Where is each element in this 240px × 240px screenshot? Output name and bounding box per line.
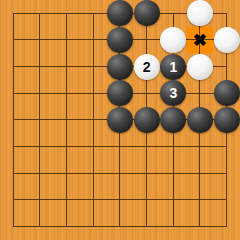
grid-line-vertical: [66, 160, 67, 187]
grid-line-vertical: [119, 213, 120, 226]
board-cell[interactable]: [213, 160, 240, 187]
black-stone: [134, 0, 160, 26]
board-cell[interactable]: [0, 80, 27, 107]
grid-line-vertical: [39, 13, 40, 26]
grid-line-vertical: [39, 80, 40, 107]
board-cell[interactable]: [187, 53, 214, 80]
grid-line-vertical: [93, 53, 94, 80]
grid-line-vertical: [93, 27, 94, 54]
board-cell[interactable]: [187, 80, 214, 107]
grid-line-horizontal: [13, 199, 26, 200]
grid-line-vertical: [173, 213, 174, 226]
board-cell[interactable]: [107, 0, 134, 27]
grid-line-horizontal: [213, 173, 226, 174]
board-cell[interactable]: [160, 27, 187, 54]
grid-line-vertical: [146, 160, 147, 187]
grid-line-vertical: [39, 160, 40, 187]
grid-line-horizontal: [13, 13, 26, 14]
board-cell[interactable]: [27, 160, 54, 187]
board-cell[interactable]: [0, 53, 27, 80]
board-cell[interactable]: [27, 0, 54, 27]
grid-line-vertical: [119, 133, 120, 160]
grid-line-vertical: [119, 160, 120, 187]
board-cell[interactable]: [187, 160, 214, 187]
grid-line-horizontal: [213, 146, 226, 147]
board-cell[interactable]: [0, 27, 27, 54]
grid-line-vertical: [39, 107, 40, 134]
board-cell[interactable]: [27, 27, 54, 54]
marked-point-cell[interactable]: ✖: [187, 27, 214, 54]
grid-line-vertical: [199, 160, 200, 187]
grid-line-vertical: [39, 133, 40, 160]
grid-line-vertical: [93, 13, 94, 26]
board-cell[interactable]: [133, 80, 160, 107]
grid-line-vertical: [173, 133, 174, 160]
board-cell[interactable]: [27, 213, 54, 240]
white-stone: [214, 27, 240, 53]
board-cell[interactable]: [80, 213, 107, 240]
grid-line-vertical: [13, 133, 14, 160]
grid-line-vertical: [226, 187, 227, 214]
board-cell[interactable]: [0, 213, 27, 240]
board-cell[interactable]: [53, 213, 80, 240]
board-cell[interactable]: [133, 27, 160, 54]
black-stone: [107, 0, 133, 26]
black-stone: [107, 54, 133, 80]
board-cell[interactable]: [160, 133, 187, 160]
board-cell[interactable]: [0, 107, 27, 134]
board-cell[interactable]: [213, 0, 240, 27]
board-cell[interactable]: [160, 0, 187, 27]
board-cell[interactable]: [213, 213, 240, 240]
board-cell[interactable]: [27, 133, 54, 160]
go-board: ✖213: [0, 0, 240, 240]
grid-line-vertical: [66, 133, 67, 160]
black-stone: [160, 107, 186, 133]
grid-line-horizontal: [213, 13, 226, 14]
grid-line-horizontal: [13, 66, 26, 67]
board-cell[interactable]: [213, 107, 240, 134]
board-cell[interactable]: 2: [133, 53, 160, 80]
grid-line-vertical: [66, 213, 67, 226]
grid-line-vertical: [13, 213, 14, 226]
board-cell[interactable]: [107, 80, 134, 107]
grid-line-horizontal: [213, 66, 226, 67]
grid-line-vertical: [226, 160, 227, 187]
black-stone: [187, 107, 213, 133]
board-cell[interactable]: [80, 53, 107, 80]
black-stone: [107, 27, 133, 53]
board-cell[interactable]: [187, 187, 214, 214]
board-cell[interactable]: [133, 107, 160, 134]
grid-line-vertical: [146, 80, 147, 107]
black-stone: [214, 107, 240, 133]
board-cell[interactable]: [133, 213, 160, 240]
board-cell[interactable]: [160, 160, 187, 187]
grid-line-vertical: [66, 13, 67, 26]
board-cell[interactable]: [53, 187, 80, 214]
grid-line-vertical: [93, 107, 94, 134]
board-cell[interactable]: [107, 107, 134, 134]
grid-line-vertical: [66, 80, 67, 107]
black-stone: [107, 107, 133, 133]
grid-line-vertical: [226, 133, 227, 160]
grid-line-vertical: [173, 13, 174, 26]
white-stone: [187, 0, 213, 26]
grid-line-vertical: [13, 80, 14, 107]
grid-line-vertical: [199, 80, 200, 107]
grid-line-vertical: [93, 160, 94, 187]
grid-line-vertical: [93, 187, 94, 214]
grid-line-vertical: [146, 213, 147, 226]
board-cell[interactable]: [213, 27, 240, 54]
board-cell[interactable]: [107, 133, 134, 160]
board-cell[interactable]: [187, 213, 214, 240]
grid-line-vertical: [66, 27, 67, 54]
grid-line-vertical: [119, 187, 120, 214]
board-cell[interactable]: [53, 27, 80, 54]
board-cell[interactable]: [187, 0, 214, 27]
board-cell[interactable]: [53, 0, 80, 27]
grid-line-vertical: [13, 187, 14, 214]
grid-line-vertical: [173, 160, 174, 187]
board-cell[interactable]: [0, 133, 27, 160]
grid-line-vertical: [146, 27, 147, 54]
grid-line-vertical: [39, 53, 40, 80]
board-cell[interactable]: 1: [160, 53, 187, 80]
board-cell[interactable]: [107, 53, 134, 80]
board-cell[interactable]: [133, 160, 160, 187]
grid-line-horizontal: [213, 199, 226, 200]
white-stone: [187, 54, 213, 80]
x-mark-icon: ✖: [193, 31, 207, 48]
black-stone: [134, 107, 160, 133]
board-cell[interactable]: [213, 133, 240, 160]
board-cell[interactable]: [107, 187, 134, 214]
grid-line-vertical: [93, 213, 94, 226]
board-cell[interactable]: [0, 187, 27, 214]
grid-line-vertical: [93, 80, 94, 107]
grid-line-vertical: [226, 13, 227, 26]
board-cell[interactable]: [53, 80, 80, 107]
board-cell[interactable]: [53, 160, 80, 187]
grid-line-horizontal: [13, 226, 26, 227]
board-cell[interactable]: [160, 213, 187, 240]
board-cell[interactable]: [213, 187, 240, 214]
black-stone: [214, 80, 240, 106]
black-stone: 3: [160, 80, 186, 106]
board-cell[interactable]: [0, 0, 27, 27]
board-cell[interactable]: [53, 53, 80, 80]
board-cell[interactable]: [107, 213, 134, 240]
board-cell[interactable]: [80, 107, 107, 134]
board-cell[interactable]: [160, 187, 187, 214]
grid-line-vertical: [13, 13, 14, 26]
grid-line-vertical: [13, 107, 14, 134]
white-stone: [160, 27, 186, 53]
grid-line-vertical: [146, 133, 147, 160]
grid-line-vertical: [66, 187, 67, 214]
board-cell[interactable]: [53, 107, 80, 134]
grid-line-vertical: [13, 160, 14, 187]
board-cell[interactable]: [213, 53, 240, 80]
board-cell[interactable]: [80, 187, 107, 214]
grid-line-vertical: [13, 53, 14, 80]
board-cell[interactable]: [133, 0, 160, 27]
board-cell[interactable]: [133, 133, 160, 160]
board-cell[interactable]: [187, 133, 214, 160]
board-cell[interactable]: [27, 53, 54, 80]
board-cell[interactable]: [27, 187, 54, 214]
white-stone: 2: [134, 54, 160, 80]
board-cell[interactable]: [187, 107, 214, 134]
board-cell[interactable]: [133, 187, 160, 214]
board-cell[interactable]: 3: [160, 80, 187, 107]
board-cell[interactable]: [80, 0, 107, 27]
grid-line-horizontal: [13, 93, 26, 94]
grid-line-vertical: [66, 53, 67, 80]
grid-line-vertical: [39, 187, 40, 214]
grid-line-vertical: [226, 53, 227, 80]
board-cell[interactable]: [107, 27, 134, 54]
black-stone: 1: [160, 54, 186, 80]
grid-line-vertical: [146, 187, 147, 214]
board-cell[interactable]: [27, 107, 54, 134]
grid-line-vertical: [66, 107, 67, 134]
grid-line-vertical: [226, 213, 227, 226]
grid-line-vertical: [13, 27, 14, 54]
grid-line-horizontal: [13, 146, 26, 147]
grid-line-vertical: [199, 213, 200, 226]
board-cell[interactable]: [80, 133, 107, 160]
board-cell[interactable]: [160, 107, 187, 134]
board-cell[interactable]: [80, 80, 107, 107]
board-cell[interactable]: [27, 80, 54, 107]
grid-line-vertical: [173, 187, 174, 214]
board-cell[interactable]: [53, 133, 80, 160]
board-cell[interactable]: [80, 27, 107, 54]
grid-line-horizontal: [13, 119, 26, 120]
board-cell[interactable]: [213, 80, 240, 107]
grid-line-vertical: [93, 133, 94, 160]
grid-line-vertical: [39, 27, 40, 54]
grid-line-horizontal: [213, 226, 226, 227]
board-cell[interactable]: [0, 160, 27, 187]
grid-line-horizontal: [13, 39, 26, 40]
grid-line-horizontal: [13, 173, 26, 174]
board-cell[interactable]: [107, 160, 134, 187]
board-cell[interactable]: [80, 160, 107, 187]
grid-line-vertical: [39, 213, 40, 226]
grid-line-vertical: [199, 133, 200, 160]
grid-line-vertical: [199, 187, 200, 214]
black-stone: [107, 80, 133, 106]
